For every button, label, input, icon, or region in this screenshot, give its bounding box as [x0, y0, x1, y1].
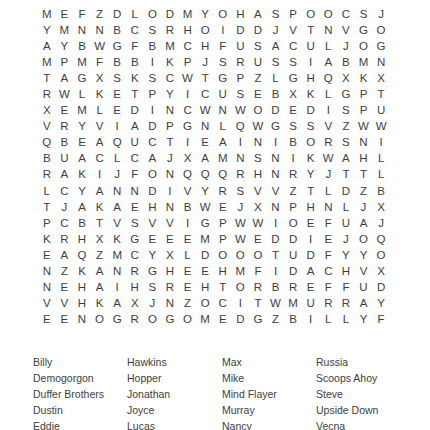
grid-cell: M [73, 102, 91, 118]
grid-cell: U [232, 38, 250, 54]
grid-cell: Z [56, 263, 74, 279]
grid-cell: E [284, 102, 302, 118]
grid-cell: Z [91, 6, 109, 22]
grid-cell: L [214, 118, 232, 134]
grid-cell: J [232, 199, 250, 215]
grid-cell: W [232, 215, 250, 231]
grid-cell: E [56, 102, 74, 118]
grid-cell: G [355, 22, 373, 38]
grid-cell: E [179, 263, 197, 279]
grid-cell: N [108, 183, 126, 199]
grid-cell: A [302, 263, 320, 279]
grid-cell: C [126, 150, 144, 166]
grid-cell: J [337, 231, 355, 247]
grid-cell: G [249, 311, 267, 327]
grid-cell: L [91, 102, 109, 118]
grid-cell: U [302, 295, 320, 311]
grid-cell: O [249, 247, 267, 263]
grid-cell: R [337, 295, 355, 311]
grid-cell: R [161, 279, 179, 295]
grid-cell: V [161, 215, 179, 231]
grid-cell: V [179, 183, 197, 199]
grid-cell: M [108, 247, 126, 263]
grid-cell: Q [73, 247, 91, 263]
grid-cell: O [214, 6, 232, 22]
grid-cell: S [267, 54, 285, 70]
grid-cell: I [267, 134, 285, 150]
grid-cell: O [196, 295, 214, 311]
grid-cell: O [144, 311, 162, 327]
grid-cell: P [38, 215, 56, 231]
grid-cell: H [302, 70, 320, 86]
grid-cell: A [91, 263, 109, 279]
grid-cell: C [179, 102, 197, 118]
grid-cell: T [302, 183, 320, 199]
grid-cell: H [73, 295, 91, 311]
word-list-item: Jonathan [127, 387, 222, 403]
word-list-item: Eddie [33, 419, 127, 430]
grid-cell: H [179, 22, 197, 38]
grid-cell: B [179, 199, 197, 215]
grid-cell: O [284, 215, 302, 231]
grid-cell: V [284, 22, 302, 38]
grid-cell: H [355, 150, 373, 166]
grid-cell: M [284, 295, 302, 311]
grid-cell: U [302, 38, 320, 54]
grid-cell: I [302, 231, 320, 247]
grid-cell: G [73, 70, 91, 86]
grid-cell: R [56, 231, 74, 247]
grid-cell: X [249, 199, 267, 215]
grid-cell: L [179, 247, 197, 263]
grid-cell: M [196, 311, 214, 327]
grid-cell: I [302, 54, 320, 70]
grid-cell: Y [337, 247, 355, 263]
grid-cell: F [91, 54, 109, 70]
grid-cell: Y [196, 183, 214, 199]
word-search-page: MEFZDLODMYOHASPOOCSJYMNNBCSRHOIDDJVTNVGO… [0, 0, 430, 430]
word-list-item: Duffer Brothers [33, 387, 127, 403]
grid-cell: B [284, 134, 302, 150]
grid-cell: E [38, 247, 56, 263]
grid-cell: R [126, 311, 144, 327]
grid-cell: H [214, 263, 232, 279]
grid-cell: X [38, 102, 56, 118]
word-list-item: Scoops Ahoy [316, 371, 423, 387]
grid-cell: D [144, 183, 162, 199]
grid-cell: A [56, 247, 74, 263]
grid-cell: Y [355, 311, 373, 327]
grid-cell: G [284, 70, 302, 86]
grid-cell: N [73, 22, 91, 38]
grid-cell: L [337, 311, 355, 327]
grid-cell: A [56, 166, 74, 182]
grid-cell: M [232, 263, 250, 279]
grid-cell: D [108, 6, 126, 22]
grid-cell: M [179, 6, 197, 22]
grid-cell: E [56, 6, 74, 22]
grid-cell: Z [355, 183, 373, 199]
grid-cell: S [302, 118, 320, 134]
grid-cell: R [214, 183, 232, 199]
grid-cell: N [161, 199, 179, 215]
grid-cell: T [372, 86, 390, 102]
grid-cell: K [73, 166, 91, 182]
grid-cell: Y [196, 6, 214, 22]
grid-cell: W [267, 295, 285, 311]
grid-cell: R [38, 86, 56, 102]
word-list-item: Russia [316, 355, 423, 371]
grid-cell: P [179, 54, 197, 70]
grid-cell: N [214, 102, 232, 118]
grid-cell: T [161, 134, 179, 150]
grid-cell: C [56, 215, 74, 231]
grid-cell: I [179, 215, 197, 231]
grid-cell: L [372, 150, 390, 166]
grid-cell: R [126, 263, 144, 279]
grid-cell: T [214, 279, 232, 295]
grid-cell: K [38, 231, 56, 247]
grid-cell: I [267, 215, 285, 231]
grid-cell: A [91, 279, 109, 295]
grid-cell: P [161, 118, 179, 134]
grid-cell: O [232, 247, 250, 263]
grid-cell: C [56, 183, 74, 199]
grid-cell: G [337, 86, 355, 102]
grid-cell: X [126, 295, 144, 311]
grid-cell: B [267, 86, 285, 102]
grid-cell: D [249, 22, 267, 38]
grid-cell: J [108, 166, 126, 182]
grid-cell: M [214, 150, 232, 166]
grid-cell: O [232, 279, 250, 295]
grid-cell: U [249, 54, 267, 70]
grid-cell: N [267, 150, 285, 166]
grid-cell: E [144, 231, 162, 247]
grid-cell: N [126, 183, 144, 199]
grid-cell: O [355, 38, 373, 54]
grid-cell: U [284, 247, 302, 263]
grid-cell: T [38, 199, 56, 215]
grid-cell: F [337, 279, 355, 295]
grid-cell: N [161, 102, 179, 118]
grid-cell: U [214, 86, 232, 102]
grid-cell: X [372, 199, 390, 215]
grid-cell: A [214, 134, 232, 150]
grid-cell: O [355, 231, 373, 247]
grid-cell: S [355, 6, 373, 22]
grid-cell: L [320, 311, 338, 327]
grid-cell: S [337, 134, 355, 150]
grid-cell: R [161, 22, 179, 38]
grid-cell: B [284, 311, 302, 327]
grid-cell: X [179, 150, 197, 166]
grid-cell: E [179, 279, 197, 295]
grid-cell: L [320, 86, 338, 102]
grid-cell: Y [38, 22, 56, 38]
grid-cell: A [249, 6, 267, 22]
grid-cell: L [372, 166, 390, 182]
grid-cell: D [144, 118, 162, 134]
grid-cell: M [196, 231, 214, 247]
grid-cell: C [126, 22, 144, 38]
word-list-item: Murray [222, 403, 316, 419]
grid-cell: H [249, 166, 267, 182]
grid-cell: N [267, 166, 285, 182]
grid-cell: P [144, 86, 162, 102]
grid-cell: V [320, 118, 338, 134]
grid-cell: Y [161, 86, 179, 102]
grid-cell: F [320, 215, 338, 231]
grid-cell: Q [320, 70, 338, 86]
grid-cell: X [91, 231, 109, 247]
grid-cell: B [144, 38, 162, 54]
grid-cell: A [91, 134, 109, 150]
grid-cell: C [214, 295, 232, 311]
grid-cell: I [372, 134, 390, 150]
grid-cell: T [267, 247, 285, 263]
grid-cell: V [249, 183, 267, 199]
grid-cell: Z [249, 70, 267, 86]
grid-cell: K [161, 54, 179, 70]
grid-cell: T [38, 70, 56, 86]
grid-cell: R [232, 166, 250, 182]
grid-cell: T [355, 166, 373, 182]
grid-cell: E [108, 102, 126, 118]
grid-cell: G [214, 70, 232, 86]
grid-cell: J [372, 215, 390, 231]
grid-cell: J [161, 150, 179, 166]
grid-cell: H [232, 6, 250, 22]
grid-cell: L [108, 150, 126, 166]
grid-cell: F [372, 311, 390, 327]
grid-cell: I [214, 22, 232, 38]
grid-cell: A [73, 199, 91, 215]
grid-cell: S [284, 54, 302, 70]
grid-cell: N [232, 150, 250, 166]
grid-cell: H [196, 38, 214, 54]
grid-cell: W [249, 215, 267, 231]
grid-cell: S [249, 150, 267, 166]
word-list-item: Billy [33, 355, 127, 371]
grid-cell: R [38, 166, 56, 182]
grid-cell: V [144, 215, 162, 231]
grid-cell: K [73, 263, 91, 279]
grid-cell: C [126, 247, 144, 263]
grid-cell: D [232, 311, 250, 327]
grid-cell: B [108, 22, 126, 38]
grid-cell: C [91, 150, 109, 166]
grid-cell: I [232, 134, 250, 150]
grid-cell: H [126, 279, 144, 295]
grid-cell: F [126, 166, 144, 182]
grid-cell: E [108, 86, 126, 102]
word-list-item: Demogorgon [33, 371, 127, 387]
grid-cell: K [355, 70, 373, 86]
grid-cell: W [196, 102, 214, 118]
grid-cell: Q [232, 118, 250, 134]
grid-cell: C [337, 6, 355, 22]
grid-cell: U [355, 279, 373, 295]
grid-cell: D [267, 102, 285, 118]
grid-cell: K [91, 295, 109, 311]
grid-cell: D [302, 102, 320, 118]
grid-cell: E [249, 231, 267, 247]
grid-cell: X [161, 247, 179, 263]
grid-cell: W [320, 150, 338, 166]
grid-cell: I [179, 86, 197, 102]
grid-cell: V [108, 215, 126, 231]
grid-cell: O [196, 22, 214, 38]
grid-cell: A [91, 183, 109, 199]
grid-cell: P [214, 215, 232, 231]
grid-cell: L [267, 70, 285, 86]
grid-cell: P [355, 86, 373, 102]
grid-cell: E [214, 199, 232, 215]
grid-cell: W [249, 118, 267, 134]
grid-cell: A [126, 118, 144, 134]
word-list-item: Hawkins [127, 355, 222, 371]
grid-cell: G [267, 118, 285, 134]
grid-cell: W [179, 70, 197, 86]
grid-cell: P [355, 102, 373, 118]
grid-cell: E [38, 311, 56, 327]
grid-cell: R [56, 118, 74, 134]
word-list-item: Dustin [33, 403, 127, 419]
grid-cell: L [38, 183, 56, 199]
grid-cell: T [249, 295, 267, 311]
grid-cell: L [320, 38, 338, 54]
grid-cell: V [38, 295, 56, 311]
grid-cell: C [320, 263, 338, 279]
grid-cell: V [267, 183, 285, 199]
grid-cell: B [73, 38, 91, 54]
grid-cell: P [284, 6, 302, 22]
grid-cell: D [372, 279, 390, 295]
grid-cell: I [284, 150, 302, 166]
grid-cell: J [355, 199, 373, 215]
grid-cell: K [108, 231, 126, 247]
grid-cell: X [337, 70, 355, 86]
grid-cell: X [284, 86, 302, 102]
grid-cell: T [196, 70, 214, 86]
grid-cell: N [355, 134, 373, 150]
grid-cell: S [284, 118, 302, 134]
grid-cell: T [302, 22, 320, 38]
grid-cell: Q [179, 166, 197, 182]
grid-cell: J [56, 199, 74, 215]
grid-cell: C [179, 38, 197, 54]
grid-cell: U [372, 102, 390, 118]
grid-cell: C [196, 86, 214, 102]
grid-cell: S [108, 70, 126, 86]
grid-cell: M [73, 54, 91, 70]
grid-cell: S [144, 70, 162, 86]
grid-cell: O [91, 311, 109, 327]
grid-cell: R [249, 279, 267, 295]
grid-cell: O [372, 247, 390, 263]
grid-cell: S [249, 38, 267, 54]
grid-cell: Y [355, 247, 373, 263]
grid-cell: K [91, 199, 109, 215]
grid-cell: A [196, 150, 214, 166]
letter-grid: MEFZDLODMYOHASPOOCSJYMNNBCSRHOIDDJVTNVGO… [38, 6, 390, 327]
grid-cell: O [144, 6, 162, 22]
grid-cell: T [337, 166, 355, 182]
grid-cell: B [337, 54, 355, 70]
grid-cell: E [73, 134, 91, 150]
grid-cell: K [302, 86, 320, 102]
grid-cell: Z [284, 183, 302, 199]
grid-cell: D [302, 247, 320, 263]
grid-cell: A [355, 295, 373, 311]
grid-cell: Q [108, 134, 126, 150]
grid-cell: R [320, 134, 338, 150]
grid-cell: N [267, 199, 285, 215]
grid-cell: E [161, 231, 179, 247]
grid-cell: G [372, 38, 390, 54]
grid-cell: D [196, 247, 214, 263]
word-list-item: Mind Flayer [222, 387, 316, 403]
grid-cell: I [267, 263, 285, 279]
grid-cell: G [108, 311, 126, 327]
grid-cell: D [161, 6, 179, 22]
grid-cell: M [355, 54, 373, 70]
grid-cell: X [372, 70, 390, 86]
grid-cell: E [196, 134, 214, 150]
grid-cell: M [38, 54, 56, 70]
grid-cell: S [214, 54, 232, 70]
grid-cell: N [320, 22, 338, 38]
grid-cell: V [38, 118, 56, 134]
grid-cell: Y [144, 247, 162, 263]
grid-cell: I [144, 102, 162, 118]
grid-cell: Y [73, 183, 91, 199]
grid-cell: I [144, 54, 162, 70]
grid-cell: C [161, 70, 179, 86]
grid-cell: V [355, 263, 373, 279]
grid-cell: A [320, 54, 338, 70]
word-list-item: Hopper [127, 371, 222, 387]
grid-cell: B [38, 150, 56, 166]
grid-cell: I [320, 102, 338, 118]
grid-cell: P [214, 231, 232, 247]
grid-cell: E [249, 86, 267, 102]
grid-cell: W [232, 102, 250, 118]
grid-cell: Y [372, 295, 390, 311]
grid-cell: A [73, 150, 91, 166]
grid-cell: T [91, 215, 109, 231]
grid-cell: E [126, 199, 144, 215]
grid-cell: A [56, 70, 74, 86]
grid-cell: H [302, 199, 320, 215]
grid-cell: J [372, 6, 390, 22]
grid-cell: Q [38, 134, 56, 150]
grid-cell: L [126, 6, 144, 22]
grid-cell: Y [56, 38, 74, 54]
grid-cell: E [56, 311, 74, 327]
word-list-item: Nancy [222, 419, 316, 430]
grid-cell: J [196, 54, 214, 70]
grid-cell: J [320, 166, 338, 182]
grid-cell: A [337, 150, 355, 166]
grid-cell: N [38, 279, 56, 295]
word-list: BillyDemogorgonDuffer BrothersDustinEddi… [33, 355, 423, 430]
grid-cell: N [249, 134, 267, 150]
word-list-item: Lucas [127, 419, 222, 430]
grid-cell: R [320, 295, 338, 311]
grid-cell: F [214, 38, 232, 54]
